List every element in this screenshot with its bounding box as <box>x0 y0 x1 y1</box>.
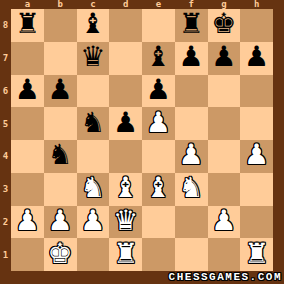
file-label-b: b <box>44 0 77 9</box>
square-a3[interactable] <box>11 173 44 206</box>
square-d2[interactable]: ♛ <box>109 206 142 239</box>
rank-label-6: 6 <box>0 75 11 108</box>
piece-black-knight[interactable]: ♞ <box>80 109 105 137</box>
file-label-a: a <box>11 0 44 9</box>
square-h7[interactable]: ♟ <box>240 42 273 75</box>
square-e4[interactable] <box>142 140 175 173</box>
piece-white-rook[interactable]: ♜ <box>113 240 138 268</box>
square-d5[interactable]: ♟ <box>109 107 142 140</box>
square-c3[interactable]: ♞ <box>77 173 110 206</box>
square-h2[interactable] <box>240 206 273 239</box>
piece-black-bishop[interactable]: ♝ <box>146 43 171 71</box>
piece-black-pawn[interactable]: ♟ <box>146 76 171 104</box>
square-e1[interactable] <box>142 238 175 271</box>
piece-black-king[interactable]: ♚ <box>211 10 236 38</box>
square-g6[interactable] <box>208 75 241 108</box>
piece-white-pawn[interactable]: ♟ <box>146 109 171 137</box>
square-d1[interactable]: ♜ <box>109 238 142 271</box>
rank-label-8: 8 <box>0 9 11 42</box>
file-label-e: e <box>142 0 175 9</box>
rank-labels: 87654321 <box>0 9 11 271</box>
square-c6[interactable] <box>77 75 110 108</box>
piece-white-pawn[interactable]: ♟ <box>211 207 236 235</box>
piece-white-queen[interactable]: ♛ <box>113 207 138 235</box>
rank-label-4: 4 <box>0 140 11 173</box>
square-h5[interactable] <box>240 107 273 140</box>
piece-black-knight[interactable]: ♞ <box>48 141 73 169</box>
square-e5[interactable]: ♟ <box>142 107 175 140</box>
piece-white-pawn[interactable]: ♟ <box>80 207 105 235</box>
piece-black-rook[interactable]: ♜ <box>179 10 204 38</box>
square-g2[interactable]: ♟ <box>208 206 241 239</box>
file-label-f: f <box>175 0 208 9</box>
file-label-d: d <box>109 0 142 9</box>
square-h8[interactable] <box>240 9 273 42</box>
square-e8[interactable] <box>142 9 175 42</box>
piece-black-pawn[interactable]: ♟ <box>48 76 73 104</box>
piece-white-knight[interactable]: ♞ <box>80 174 105 202</box>
square-b5[interactable] <box>44 107 77 140</box>
square-g4[interactable] <box>208 140 241 173</box>
square-a8[interactable]: ♜ <box>11 9 44 42</box>
square-e3[interactable]: ♝ <box>142 173 175 206</box>
square-e2[interactable] <box>142 206 175 239</box>
piece-black-bishop[interactable]: ♝ <box>80 10 105 38</box>
square-f3[interactable]: ♞ <box>175 173 208 206</box>
square-e7[interactable]: ♝ <box>142 42 175 75</box>
site-branding: CHESSGAMES.COM <box>169 271 282 283</box>
square-f1[interactable] <box>175 238 208 271</box>
square-e6[interactable]: ♟ <box>142 75 175 108</box>
piece-black-pawn[interactable]: ♟ <box>244 43 269 71</box>
piece-black-pawn[interactable]: ♟ <box>179 43 204 71</box>
square-a6[interactable]: ♟ <box>11 75 44 108</box>
square-a7[interactable] <box>11 42 44 75</box>
piece-black-queen[interactable]: ♛ <box>80 43 105 71</box>
piece-white-pawn[interactable]: ♟ <box>179 141 204 169</box>
square-g5[interactable] <box>208 107 241 140</box>
piece-black-pawn[interactable]: ♟ <box>15 76 40 104</box>
square-a2[interactable]: ♟ <box>11 206 44 239</box>
rank-label-2: 2 <box>0 206 11 239</box>
square-f2[interactable] <box>175 206 208 239</box>
rank-label-1: 1 <box>0 238 11 271</box>
square-c5[interactable]: ♞ <box>77 107 110 140</box>
square-g1[interactable] <box>208 238 241 271</box>
square-f7[interactable]: ♟ <box>175 42 208 75</box>
square-a4[interactable] <box>11 140 44 173</box>
square-b7[interactable] <box>44 42 77 75</box>
file-label-g: g <box>208 0 241 9</box>
piece-black-pawn[interactable]: ♟ <box>113 109 138 137</box>
square-b6[interactable]: ♟ <box>44 75 77 108</box>
square-a5[interactable] <box>11 107 44 140</box>
chess-board: ♜♝♜♚♛♝♟♟♟♟♟♟♞♟♟♞♟♟♞♝♝♞♟♟♟♛♟♚♜♜ <box>11 9 273 271</box>
piece-white-knight[interactable]: ♞ <box>179 174 204 202</box>
square-c1[interactable] <box>77 238 110 271</box>
square-b8[interactable] <box>44 9 77 42</box>
piece-white-pawn[interactable]: ♟ <box>15 207 40 235</box>
square-f4[interactable]: ♟ <box>175 140 208 173</box>
square-c7[interactable]: ♛ <box>77 42 110 75</box>
square-c8[interactable]: ♝ <box>77 9 110 42</box>
square-f6[interactable] <box>175 75 208 108</box>
file-labels: abcdefgh <box>11 0 273 9</box>
rank-label-5: 5 <box>0 107 11 140</box>
square-d7[interactable] <box>109 42 142 75</box>
square-g3[interactable] <box>208 173 241 206</box>
piece-white-rook[interactable]: ♜ <box>244 240 269 268</box>
square-c2[interactable]: ♟ <box>77 206 110 239</box>
piece-black-pawn[interactable]: ♟ <box>211 43 236 71</box>
square-b1[interactable]: ♚ <box>44 238 77 271</box>
piece-white-pawn[interactable]: ♟ <box>244 141 269 169</box>
piece-white-bishop[interactable]: ♝ <box>146 174 171 202</box>
square-b2[interactable]: ♟ <box>44 206 77 239</box>
square-g7[interactable]: ♟ <box>208 42 241 75</box>
square-c4[interactable] <box>77 140 110 173</box>
board-frame: abcdefgh 87654321 ♜♝♜♚♛♝♟♟♟♟♟♟♞♟♟♞♟♟♞♝♝♞… <box>0 0 284 284</box>
file-label-h: h <box>240 0 273 9</box>
piece-black-rook[interactable]: ♜ <box>15 10 40 38</box>
square-b3[interactable] <box>44 173 77 206</box>
square-a1[interactable] <box>11 238 44 271</box>
file-label-c: c <box>77 0 110 9</box>
square-g8[interactable]: ♚ <box>208 9 241 42</box>
square-f5[interactable] <box>175 107 208 140</box>
square-h4[interactable]: ♟ <box>240 140 273 173</box>
square-d3[interactable]: ♝ <box>109 173 142 206</box>
square-h3[interactable] <box>240 173 273 206</box>
square-h1[interactable]: ♜ <box>240 238 273 271</box>
square-f8[interactable]: ♜ <box>175 9 208 42</box>
square-d8[interactable] <box>109 9 142 42</box>
rank-label-7: 7 <box>0 42 11 75</box>
piece-white-pawn[interactable]: ♟ <box>48 207 73 235</box>
square-d6[interactable] <box>109 75 142 108</box>
rank-label-3: 3 <box>0 173 11 206</box>
piece-white-king[interactable]: ♚ <box>48 240 73 268</box>
piece-white-bishop[interactable]: ♝ <box>113 174 138 202</box>
square-h6[interactable] <box>240 75 273 108</box>
square-b4[interactable]: ♞ <box>44 140 77 173</box>
square-d4[interactable] <box>109 140 142 173</box>
